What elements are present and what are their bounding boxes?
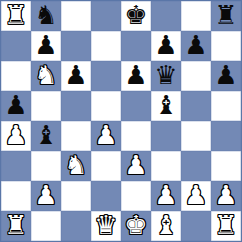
black-king[interactable]: ♚ [124, 2, 147, 28]
white-bishop[interactable]: ♝ [154, 212, 177, 238]
black-pawn[interactable]: ♟ [184, 32, 207, 58]
white-rook[interactable]: ♜ [214, 212, 237, 238]
square-d2[interactable] [91, 181, 121, 211]
white-pawn[interactable]: ♟ [94, 122, 117, 148]
white-pawn[interactable]: ♟ [34, 182, 57, 208]
square-g6[interactable] [181, 61, 211, 91]
black-pawn[interactable]: ♟ [34, 32, 57, 58]
square-c4[interactable] [61, 121, 91, 151]
square-d1[interactable]: ♛ [91, 211, 121, 241]
square-f5[interactable]: ♝ [151, 91, 181, 121]
square-h7[interactable] [211, 31, 241, 61]
square-c5[interactable] [61, 91, 91, 121]
square-g5[interactable] [181, 91, 211, 121]
square-e2[interactable] [121, 181, 151, 211]
white-queen[interactable]: ♛ [94, 212, 117, 238]
square-e4[interactable] [121, 121, 151, 151]
black-queen[interactable]: ♛ [154, 62, 177, 88]
square-b1[interactable] [31, 211, 61, 241]
white-pawn[interactable]: ♟ [4, 122, 27, 148]
square-h8[interactable]: ♜ [211, 1, 241, 31]
square-g7[interactable]: ♟ [181, 31, 211, 61]
white-knight[interactable]: ♞ [34, 62, 57, 88]
square-f6[interactable]: ♛ [151, 61, 181, 91]
square-a5[interactable]: ♟ [1, 91, 31, 121]
square-b2[interactable]: ♟ [31, 181, 61, 211]
square-e3[interactable]: ♟ [121, 151, 151, 181]
white-pawn[interactable]: ♟ [214, 182, 237, 208]
square-c8[interactable] [61, 1, 91, 31]
square-c7[interactable] [61, 31, 91, 61]
square-e7[interactable] [121, 31, 151, 61]
square-h3[interactable] [211, 151, 241, 181]
black-pawn[interactable]: ♟ [214, 62, 237, 88]
black-pawn[interactable]: ♟ [124, 62, 147, 88]
black-bishop[interactable]: ♝ [154, 92, 177, 118]
square-a8[interactable]: ♜ [1, 1, 31, 31]
square-h5[interactable] [211, 91, 241, 121]
black-pawn[interactable]: ♟ [64, 62, 87, 88]
square-a7[interactable] [1, 31, 31, 61]
white-king[interactable]: ♚ [124, 212, 147, 238]
black-rook[interactable]: ♜ [214, 2, 237, 28]
square-e8[interactable]: ♚ [121, 1, 151, 31]
square-g2[interactable]: ♟ [181, 181, 211, 211]
square-d6[interactable] [91, 61, 121, 91]
square-b7[interactable]: ♟ [31, 31, 61, 61]
white-rook[interactable]: ♜ [4, 212, 27, 238]
square-b6[interactable]: ♞ [31, 61, 61, 91]
black-bishop[interactable]: ♝ [34, 122, 57, 148]
square-b8[interactable]: ♞ [31, 1, 61, 31]
white-knight[interactable]: ♞ [64, 152, 87, 178]
square-c3[interactable]: ♞ [61, 151, 91, 181]
square-b5[interactable] [31, 91, 61, 121]
square-g1[interactable] [181, 211, 211, 241]
square-h2[interactable]: ♟ [211, 181, 241, 211]
square-d8[interactable] [91, 1, 121, 31]
square-f1[interactable]: ♝ [151, 211, 181, 241]
square-c6[interactable]: ♟ [61, 61, 91, 91]
square-d4[interactable]: ♟ [91, 121, 121, 151]
white-pawn[interactable]: ♟ [154, 182, 177, 208]
square-h6[interactable]: ♟ [211, 61, 241, 91]
square-d7[interactable] [91, 31, 121, 61]
square-f7[interactable]: ♟ [151, 31, 181, 61]
square-c1[interactable] [61, 211, 91, 241]
square-a1[interactable]: ♜ [1, 211, 31, 241]
square-e6[interactable]: ♟ [121, 61, 151, 91]
black-pawn[interactable]: ♟ [4, 92, 27, 118]
square-a3[interactable] [1, 151, 31, 181]
black-pawn[interactable]: ♟ [154, 32, 177, 58]
square-g3[interactable] [181, 151, 211, 181]
square-h1[interactable]: ♜ [211, 211, 241, 241]
white-pawn[interactable]: ♟ [184, 182, 207, 208]
square-d3[interactable] [91, 151, 121, 181]
chess-board: ♜♞♚♜♟♟♟♞♟♟♛♟♟♝♟♝♟♞♟♟♟♟♟♜♛♚♝♜ [0, 0, 242, 242]
black-knight[interactable]: ♞ [34, 2, 57, 28]
square-f2[interactable]: ♟ [151, 181, 181, 211]
square-f3[interactable] [151, 151, 181, 181]
white-rook[interactable]: ♜ [4, 2, 27, 28]
square-d5[interactable] [91, 91, 121, 121]
square-f4[interactable] [151, 121, 181, 151]
square-b3[interactable] [31, 151, 61, 181]
white-pawn[interactable]: ♟ [124, 152, 147, 178]
square-e5[interactable] [121, 91, 151, 121]
square-f8[interactable] [151, 1, 181, 31]
square-h4[interactable] [211, 121, 241, 151]
square-c2[interactable] [61, 181, 91, 211]
square-a6[interactable] [1, 61, 31, 91]
square-a4[interactable]: ♟ [1, 121, 31, 151]
square-a2[interactable] [1, 181, 31, 211]
square-e1[interactable]: ♚ [121, 211, 151, 241]
square-g8[interactable] [181, 1, 211, 31]
square-g4[interactable] [181, 121, 211, 151]
square-b4[interactable]: ♝ [31, 121, 61, 151]
